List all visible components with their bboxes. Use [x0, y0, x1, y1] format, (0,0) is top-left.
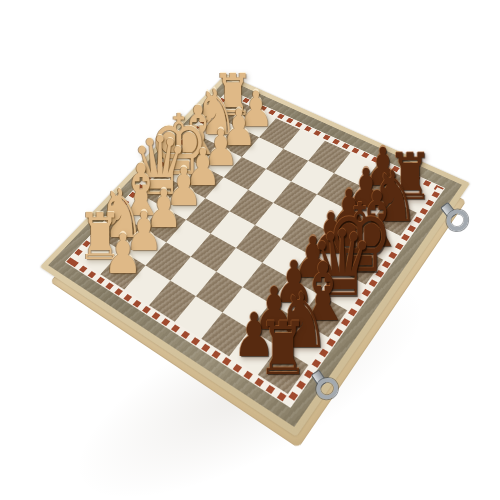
- product-photo: ♜♟♞♟♝♟♚♟♟♛♜♟♟♝♞♟♟♞♝♟♟♜♚♟♟♛♟♝♟♞♟♜: [0, 0, 500, 500]
